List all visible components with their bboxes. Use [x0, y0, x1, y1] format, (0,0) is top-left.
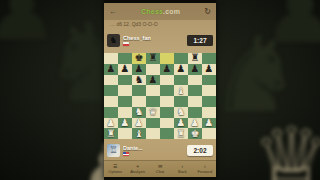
square-b6[interactable] [118, 75, 132, 86]
white-king-piece[interactable]: ♚ [191, 129, 200, 139]
back-arrow-icon[interactable]: ← [109, 8, 117, 16]
toolbar-label: Back [178, 170, 187, 174]
square-f4[interactable] [174, 96, 188, 107]
black-king-piece[interactable]: ♚ [135, 53, 144, 63]
opponent-clock: 1:27 [187, 35, 213, 46]
black-pawn-piece[interactable]: ♟ [107, 64, 116, 74]
square-a7[interactable]: ♟ [104, 64, 118, 75]
square-e1[interactable] [160, 128, 174, 139]
square-a8[interactable] [104, 53, 118, 64]
square-b2[interactable]: ♟ [118, 118, 132, 129]
square-c8[interactable]: ♚ [132, 53, 146, 64]
square-h6[interactable] [202, 75, 216, 86]
square-b4[interactable] [118, 96, 132, 107]
white-knight-piece[interactable]: ♞ [135, 107, 144, 117]
square-b7[interactable]: ♟ [118, 64, 132, 75]
player-flag-icon [123, 152, 129, 156]
black-pawn-piece[interactable]: ♟ [205, 64, 214, 74]
square-a1[interactable]: ♜ [104, 128, 118, 139]
square-f5[interactable]: ♝ [174, 85, 188, 96]
black-pawn-piece[interactable]: ♟ [121, 64, 130, 74]
square-g1[interactable]: ♚ [188, 128, 202, 139]
square-a6[interactable] [104, 75, 118, 86]
square-d2[interactable] [146, 118, 160, 129]
white-rook-piece[interactable]: ♜ [107, 129, 116, 139]
square-c6[interactable]: ♞ [132, 75, 146, 86]
opponent-info: Chess_fan [120, 35, 187, 46]
black-knight-piece[interactable]: ♞ [135, 75, 144, 85]
opponent-flag-icon [123, 42, 129, 46]
square-a5[interactable] [104, 85, 118, 96]
logo-chess-text: Chess [141, 8, 163, 15]
square-f3[interactable]: ♞ [174, 107, 188, 118]
white-rook-piece[interactable]: ♜ [177, 129, 186, 139]
square-g7[interactable]: ♟ [188, 64, 202, 75]
bottom-toolbar: ☰Options⌖Analysis✉Chat‹Back›Forward [104, 160, 216, 177]
toolbar-item-forward[interactable]: ›Forward [194, 161, 216, 177]
square-h3[interactable] [202, 107, 216, 118]
white-queen-piece[interactable]: ♛ [149, 107, 158, 117]
square-f2[interactable]: ♟ [174, 118, 188, 129]
square-e6[interactable] [160, 75, 174, 86]
black-pawn-piece[interactable]: ♟ [135, 64, 144, 74]
app-top-bar: ← Chess.com ↻ [104, 3, 216, 20]
white-pawn-piece[interactable]: ♟ [135, 118, 144, 128]
bg-queen-bottom-right: ♕ [252, 116, 320, 180]
square-h2[interactable]: ♟ [202, 118, 216, 129]
square-f6[interactable] [174, 75, 188, 86]
square-a3[interactable] [104, 107, 118, 118]
square-c1[interactable]: ♝ [132, 128, 146, 139]
bottom-letterbox [104, 177, 216, 180]
square-d4[interactable] [146, 96, 160, 107]
square-a2[interactable]: ♟ [104, 118, 118, 129]
toolbar-item-chat[interactable]: ✉Chat [149, 161, 171, 177]
square-d8[interactable]: ♜ [146, 53, 160, 64]
square-c5[interactable] [132, 85, 146, 96]
flip-board-icon[interactable]: ↻ [204, 8, 211, 16]
black-rook-piece[interactable]: ♜ [149, 53, 158, 63]
player-name: Danie... [123, 145, 187, 151]
square-b8[interactable] [118, 53, 132, 64]
square-e4[interactable] [160, 96, 174, 107]
square-g3[interactable] [188, 107, 202, 118]
toolbar-label: Analysis [130, 170, 145, 174]
square-c7[interactable]: ♟ [132, 64, 146, 75]
player-info: Danie... [120, 145, 187, 156]
square-d7[interactable] [146, 64, 160, 75]
square-b5[interactable] [118, 85, 132, 96]
square-g8[interactable]: ♜ [188, 53, 202, 64]
white-knight-piece[interactable]: ♞ [177, 107, 186, 117]
square-d1[interactable] [146, 128, 160, 139]
white-pawn-piece[interactable]: ♟ [177, 118, 186, 128]
opponent-avatar: ♞ [107, 34, 120, 47]
opponent-avatar-piece-icon: ♞ [109, 36, 117, 45]
black-rook-piece[interactable]: ♜ [191, 53, 200, 63]
square-b3[interactable] [118, 107, 132, 118]
square-h7[interactable]: ♟ [202, 64, 216, 75]
chess-board[interactable]: ♚♜♜♟♟♟♟♟♟♟♞♟♝♞♛♞♟♟♟♟♟♟♜♝♜♚ [104, 53, 216, 139]
player-avatar-piece-icon: ♖ [109, 146, 117, 155]
square-h4[interactable] [202, 96, 216, 107]
chess-app-screenshot: ← Chess.com ↻ … d6 12. Qd3 O-O-O ♞ Chess… [104, 0, 216, 180]
black-pawn-piece[interactable]: ♟ [177, 64, 186, 74]
square-b1[interactable] [118, 128, 132, 139]
opponent-bar[interactable]: ♞ Chess_fan 1:27 [104, 29, 216, 52]
move-list[interactable]: … d6 12. Qd3 O-O-O [104, 20, 216, 29]
square-c2[interactable]: ♟ [132, 118, 146, 129]
chesscom-logo: Chess.com [141, 8, 180, 15]
square-f7[interactable]: ♟ [174, 64, 188, 75]
toolbar-label: Forward [197, 170, 212, 174]
toolbar-item-back[interactable]: ‹Back [171, 161, 193, 177]
toolbar-item-analysis[interactable]: ⌖Analysis [126, 161, 148, 177]
logo-com-text: .com [163, 8, 180, 15]
square-c3[interactable]: ♞ [132, 107, 146, 118]
player-clock: 2:02 [187, 145, 213, 156]
video-frame: ♟♞♟♟♞♕ ← Chess.com ↻ … d6 12. Qd3 O-O-O … [0, 0, 320, 180]
player-bar[interactable]: ♖ Danie... 2:02 [104, 139, 216, 162]
toolbar-label: Options [108, 170, 122, 174]
white-pawn-piece[interactable]: ♟ [191, 118, 200, 128]
white-pawn-piece[interactable]: ♟ [205, 118, 214, 128]
square-e5[interactable] [160, 85, 174, 96]
square-d6[interactable]: ♟ [146, 75, 160, 86]
square-h8[interactable] [202, 53, 216, 64]
square-e8[interactable] [160, 53, 174, 64]
square-e7[interactable]: ♟ [160, 64, 174, 75]
square-d3[interactable]: ♛ [146, 107, 160, 118]
square-g2[interactable]: ♟ [188, 118, 202, 129]
square-h1[interactable] [202, 128, 216, 139]
square-g6[interactable] [188, 75, 202, 86]
square-d5[interactable] [146, 85, 160, 96]
square-f1[interactable]: ♜ [174, 128, 188, 139]
square-g4[interactable] [188, 96, 202, 107]
square-g5[interactable] [188, 85, 202, 96]
toolbar-item-options[interactable]: ☰Options [104, 161, 126, 177]
white-bishop-piece[interactable]: ♝ [177, 86, 186, 96]
toolbar-label: Chat [156, 170, 164, 174]
square-a4[interactable] [104, 96, 118, 107]
black-pawn-piece[interactable]: ♟ [163, 64, 172, 74]
black-pawn-piece[interactable]: ♟ [191, 64, 200, 74]
white-pawn-piece[interactable]: ♟ [107, 118, 116, 128]
player-avatar: ♖ [107, 144, 120, 157]
white-bishop-piece[interactable]: ♝ [135, 129, 144, 139]
opponent-name: Chess_fan [123, 35, 187, 41]
square-h5[interactable] [202, 85, 216, 96]
white-pawn-piece[interactable]: ♟ [121, 118, 130, 128]
black-pawn-piece[interactable]: ♟ [149, 75, 158, 85]
square-e2[interactable] [160, 118, 174, 129]
square-e3[interactable] [160, 107, 174, 118]
square-c4[interactable] [132, 96, 146, 107]
square-f8[interactable] [174, 53, 188, 64]
